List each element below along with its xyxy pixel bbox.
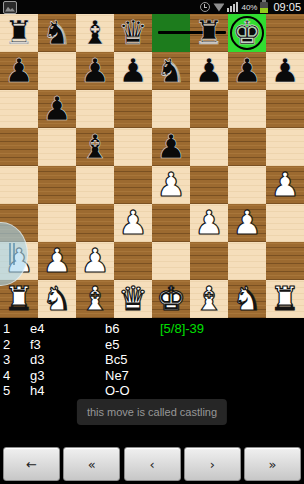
toast-message: this move is called castling — [77, 399, 227, 425]
piece-white-bishop: ♝ — [76, 280, 114, 318]
square-b1[interactable]: ♞ — [38, 280, 76, 318]
square-h7[interactable]: ♟ — [266, 52, 304, 90]
square-a4[interactable] — [0, 166, 38, 204]
piece-black-rook: ♜ — [190, 14, 228, 52]
status-bar: 40% 09:05 — [0, 0, 304, 14]
square-c4[interactable] — [76, 166, 114, 204]
piece-white-pawn: ♟ — [190, 204, 228, 242]
square-a6[interactable] — [0, 90, 38, 128]
piece-white-pawn: ♟ — [38, 242, 76, 280]
piece-black-pawn: ♟ — [114, 52, 152, 90]
white-move: h4 — [30, 383, 105, 399]
piece-black-pawn: ♟ — [38, 90, 76, 128]
square-h5[interactable] — [266, 128, 304, 166]
square-a7[interactable]: ♟ — [0, 52, 38, 90]
square-g8[interactable]: ♚ — [228, 14, 266, 52]
square-d3[interactable]: ♟ — [114, 204, 152, 242]
square-e5[interactable]: ♟ — [152, 128, 190, 166]
status-bar-right: 40% 09:05 — [200, 1, 301, 13]
square-b5[interactable] — [38, 128, 76, 166]
black-move: Ne7 — [105, 368, 158, 384]
piece-white-pawn: ♟ — [266, 166, 304, 204]
white-move: g3 — [30, 368, 105, 384]
white-move: d3 — [30, 352, 105, 368]
piece-black-knight: ♞ — [38, 14, 76, 52]
square-f5[interactable] — [190, 128, 228, 166]
move-row: 2f3e5 — [0, 337, 304, 353]
square-g4[interactable] — [228, 166, 266, 204]
piece-black-queen: ♛ — [114, 14, 152, 52]
square-a5[interactable] — [0, 128, 38, 166]
square-h2[interactable] — [266, 242, 304, 280]
battery-percent-label: 40% — [241, 3, 257, 12]
nav-back-button[interactable]: ‹ — [124, 447, 181, 481]
square-h6[interactable] — [266, 90, 304, 128]
square-d2[interactable] — [114, 242, 152, 280]
square-h3[interactable] — [266, 204, 304, 242]
navigation-bar: ←«‹›» — [0, 447, 304, 481]
piece-white-rook: ♜ — [0, 280, 38, 318]
piece-black-rook: ♜ — [0, 14, 38, 52]
square-c7[interactable]: ♟ — [76, 52, 114, 90]
square-d5[interactable] — [114, 128, 152, 166]
piece-white-pawn: ♟ — [114, 204, 152, 242]
move-list: [5/8]-39 1e4b62f3e53d3Bc54g3Ne75h4O-O — [0, 321, 304, 399]
clock-label: 09:05 — [273, 1, 301, 13]
black-move: Bc5 — [105, 352, 158, 368]
piece-white-knight: ♞ — [228, 280, 266, 318]
chess-board[interactable]: ♜♞♝♛♜♚♟♟♟♞♟♟♟♟♝♟♟♟♟♟♟♟♟♟♜♞♝♛♚♝♞♜ — [0, 14, 304, 318]
square-e4[interactable]: ♟ — [152, 166, 190, 204]
square-d6[interactable] — [114, 90, 152, 128]
square-d7[interactable]: ♟ — [114, 52, 152, 90]
square-c8[interactable]: ♝ — [76, 14, 114, 52]
white-move: f3 — [30, 337, 105, 353]
move-row: 5h4O-O — [0, 383, 304, 399]
piece-black-pawn: ♟ — [228, 52, 266, 90]
engine-eval-label: [5/8]-39 — [160, 321, 204, 337]
square-h1[interactable]: ♜ — [266, 280, 304, 318]
square-b6[interactable]: ♟ — [38, 90, 76, 128]
status-bar-left — [3, 1, 17, 14]
alarm-icon — [200, 2, 210, 12]
square-f6[interactable] — [190, 90, 228, 128]
square-g6[interactable] — [228, 90, 266, 128]
square-c2[interactable]: ♟ — [76, 242, 114, 280]
phone-screen: 40% 09:05 ♜♞♝♛♜♚♟♟♟♞♟♟♟♟♝♟♟♟♟♟♟♟♟♟♜♞♝♛♚♝… — [0, 0, 304, 484]
move-number: 1 — [0, 321, 30, 337]
square-g7[interactable]: ♟ — [228, 52, 266, 90]
black-move: b6 — [105, 321, 158, 337]
move-row: 4g3Ne7 — [0, 368, 304, 384]
move-row: 1e4b6 — [0, 321, 304, 337]
nav-forward-button[interactable]: › — [184, 447, 241, 481]
square-b4[interactable] — [38, 166, 76, 204]
piece-black-pawn: ♟ — [190, 52, 228, 90]
square-e2[interactable] — [152, 242, 190, 280]
piece-black-bishop: ♝ — [76, 128, 114, 166]
square-e6[interactable] — [152, 90, 190, 128]
move-number: 4 — [0, 368, 30, 384]
piece-black-knight: ♞ — [152, 52, 190, 90]
piece-white-bishop: ♝ — [190, 280, 228, 318]
piece-white-king: ♚ — [152, 280, 190, 318]
piece-black-king: ♚ — [228, 14, 266, 52]
square-e3[interactable] — [152, 204, 190, 242]
move-number: 3 — [0, 352, 30, 368]
piece-white-pawn: ♟ — [152, 166, 190, 204]
square-h8[interactable] — [266, 14, 304, 52]
square-c5[interactable]: ♝ — [76, 128, 114, 166]
wifi-icon — [213, 3, 224, 12]
square-f4[interactable] — [190, 166, 228, 204]
square-b7[interactable] — [38, 52, 76, 90]
square-b8[interactable]: ♞ — [38, 14, 76, 52]
piece-white-pawn: ♟ — [228, 204, 266, 242]
piece-black-pawn: ♟ — [152, 128, 190, 166]
square-e1[interactable]: ♚ — [152, 280, 190, 318]
square-d8[interactable]: ♛ — [114, 14, 152, 52]
square-g3[interactable]: ♟ — [228, 204, 266, 242]
square-b3[interactable] — [38, 204, 76, 242]
square-e7[interactable]: ♞ — [152, 52, 190, 90]
nav-undo-button[interactable]: ← — [3, 447, 60, 481]
nav-first-button[interactable]: « — [63, 447, 120, 481]
piece-black-pawn: ♟ — [266, 52, 304, 90]
black-move: O-O — [105, 383, 158, 399]
square-g5[interactable] — [228, 128, 266, 166]
black-move: e5 — [105, 337, 158, 353]
nav-last-button[interactable]: » — [244, 447, 301, 481]
battery-icon — [260, 2, 268, 13]
square-c6[interactable] — [76, 90, 114, 128]
square-d4[interactable] — [114, 166, 152, 204]
white-move: e4 — [30, 321, 105, 337]
square-h4[interactable]: ♟ — [266, 166, 304, 204]
square-f8[interactable]: ♜ — [190, 14, 228, 52]
square-a8[interactable]: ♜ — [0, 14, 38, 52]
square-f3[interactable]: ♟ — [190, 204, 228, 242]
piece-white-knight: ♞ — [38, 280, 76, 318]
piece-black-bishop: ♝ — [76, 14, 114, 52]
square-g2[interactable] — [228, 242, 266, 280]
square-c1[interactable]: ♝ — [76, 280, 114, 318]
move-number: 2 — [0, 337, 30, 353]
square-f1[interactable]: ♝ — [190, 280, 228, 318]
screenshot-notification-icon — [3, 1, 17, 14]
move-row: 3d3Bc5 — [0, 352, 304, 368]
piece-white-queen: ♛ — [114, 280, 152, 318]
square-f7[interactable]: ♟ — [190, 52, 228, 90]
square-d1[interactable]: ♛ — [114, 280, 152, 318]
signal-strength-icon — [227, 2, 238, 12]
square-b2[interactable]: ♟ — [38, 242, 76, 280]
piece-white-rook: ♜ — [266, 280, 304, 318]
piece-black-pawn: ♟ — [76, 52, 114, 90]
piece-black-pawn: ♟ — [0, 52, 38, 90]
move-number: 5 — [0, 383, 30, 399]
square-c3[interactable] — [76, 204, 114, 242]
square-g1[interactable]: ♞ — [228, 280, 266, 318]
square-a1[interactable]: ♜ — [0, 280, 38, 318]
square-f2[interactable] — [190, 242, 228, 280]
piece-white-pawn: ♟ — [76, 242, 114, 280]
toast-text: this move is called castling — [87, 406, 217, 418]
